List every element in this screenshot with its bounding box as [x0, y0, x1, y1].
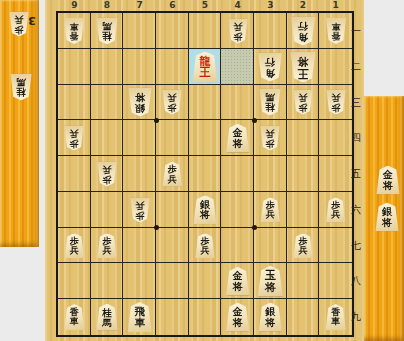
piece-kanji: 歩: [331, 102, 340, 111]
square-9e[interactable]: [58, 156, 91, 192]
piece-sente-gold[interactable]: 金将: [226, 267, 250, 296]
square-7d[interactable]: [123, 120, 156, 156]
piece-kanji: 将: [135, 92, 145, 103]
square-6b[interactable]: [156, 49, 189, 85]
piece-sente-rook[interactable]: 飛車: [127, 302, 152, 332]
square-4e[interactable]: [221, 156, 254, 192]
piece-sente-gold[interactable]: 金将: [226, 124, 250, 153]
piece-kanji: 金: [233, 128, 243, 139]
hand-piece-gote-knight[interactable]: 桂馬: [10, 74, 32, 101]
square-8c[interactable]: [91, 85, 124, 121]
square-5c[interactable]: [189, 85, 222, 121]
square-2i[interactable]: [287, 299, 320, 335]
hoshi-dot: [252, 118, 257, 123]
file-label-9: 9: [58, 0, 91, 11]
hoshi-dot: [252, 225, 257, 230]
shogi-board-viewer: 987654321一二三四五六七八九香車桂馬歩兵角行香車龍王角行王将銀将歩兵桂馬…: [0, 0, 404, 341]
piece-kanji: 兵: [168, 93, 177, 102]
square-4f[interactable]: [221, 192, 254, 228]
piece-kanji: 将: [383, 180, 393, 191]
piece-sente-pawn[interactable]: 歩兵: [97, 233, 117, 258]
square-1g[interactable]: [319, 228, 352, 264]
rank-label-1: 一: [349, 13, 363, 49]
file-label-7: 7: [123, 0, 156, 11]
piece-kanji: 兵: [201, 246, 210, 255]
piece-kanji: 兵: [233, 21, 242, 30]
piece-kanji: 銀: [135, 102, 145, 113]
piece-kanji: 金: [233, 271, 243, 282]
square-6d[interactable]: [156, 120, 189, 156]
file-label-1: 1: [319, 0, 352, 11]
piece-kanji: 歩: [233, 31, 242, 40]
piece-sente-silver[interactable]: 銀将: [258, 303, 282, 332]
piece-sente-pawn[interactable]: 歩兵: [293, 233, 313, 258]
piece-kanji: 角: [265, 67, 275, 78]
square-9h[interactable]: [58, 263, 91, 299]
square-5d[interactable]: [189, 120, 222, 156]
rank-label-8: 八: [349, 263, 363, 299]
piece-kanji: 歩: [168, 102, 177, 111]
square-6f[interactable]: [156, 192, 189, 228]
square-6g[interactable]: [156, 228, 189, 264]
square-1e[interactable]: [319, 156, 352, 192]
piece-kanji: 歩: [70, 138, 79, 147]
piece-kanji: 馬: [266, 92, 276, 102]
piece-gote-king[interactable]: 王将: [290, 51, 316, 82]
piece-kanji: 兵: [135, 200, 144, 209]
piece-kanji: 車: [134, 317, 145, 328]
piece-sente-gold[interactable]: 金将: [226, 303, 250, 332]
square-6a[interactable]: [156, 13, 189, 49]
piece-kanji: 玉: [265, 270, 276, 282]
square-8f[interactable]: [91, 192, 124, 228]
piece-kanji: 銀: [265, 307, 275, 318]
piece-kanji: 兵: [299, 246, 308, 255]
square-2h[interactable]: [287, 263, 320, 299]
square-4g[interactable]: [221, 228, 254, 264]
piece-kanji: 角: [298, 31, 308, 42]
piece-kanji: 龍: [200, 55, 211, 67]
hand-piece-sente-silver[interactable]: 銀将: [375, 203, 399, 232]
piece-kanji: 歩: [299, 102, 308, 111]
piece-kanji: 将: [200, 210, 210, 221]
square-3e[interactable]: [254, 156, 287, 192]
rank-label-3: 三: [349, 85, 363, 121]
piece-kanji: 兵: [103, 165, 112, 174]
piece-kanji: 兵: [15, 15, 24, 24]
piece-kanji: 兵: [299, 93, 308, 102]
piece-sente-pawn[interactable]: 歩兵: [195, 233, 215, 258]
square-7g[interactable]: [123, 228, 156, 264]
square-7b[interactable]: [123, 49, 156, 85]
square-7a[interactable]: [123, 13, 156, 49]
piece-kanji: 行: [265, 56, 275, 67]
square-3a[interactable]: [254, 13, 287, 49]
piece-kanji: 車: [331, 317, 340, 326]
piece-kanji: 金: [233, 307, 243, 318]
piece-kanji: 馬: [16, 77, 26, 87]
piece-kanji: 将: [382, 217, 392, 228]
square-2f[interactable]: [287, 192, 320, 228]
piece-gote-bishop[interactable]: 角行: [291, 16, 316, 45]
hoshi-dot: [154, 118, 159, 123]
square-5e[interactable]: [189, 156, 222, 192]
file-label-5: 5: [189, 0, 222, 11]
piece-kanji: 銀: [382, 207, 392, 218]
piece-kanji: 兵: [103, 246, 112, 255]
square-2d[interactable]: [287, 120, 320, 156]
piece-kanji: 銀: [200, 199, 210, 210]
piece-kanji: 兵: [168, 174, 177, 183]
piece-kanji: 兵: [70, 129, 79, 138]
square-4b[interactable]: [221, 49, 254, 85]
piece-kanji: 将: [233, 317, 243, 328]
square-7h[interactable]: [123, 263, 156, 299]
square-8d[interactable]: [91, 120, 124, 156]
piece-kanji: 兵: [70, 246, 79, 255]
piece-kanji: 兵: [331, 93, 340, 102]
square-9b[interactable]: [58, 49, 91, 85]
piece-sente-silver[interactable]: 銀将: [193, 195, 217, 224]
rank-label-5: 五: [349, 156, 363, 192]
piece-kanji: 将: [233, 138, 243, 149]
file-label-8: 8: [91, 0, 124, 11]
square-1b[interactable]: [319, 49, 352, 85]
hand-count-gote-pawn: 3: [28, 14, 36, 27]
square-5i[interactable]: [189, 299, 222, 335]
hand-piece-sente-gold[interactable]: 金将: [376, 166, 400, 195]
piece-kanji: 歩: [266, 138, 275, 147]
piece-kanji: 兵: [331, 210, 340, 219]
hand-piece-gote-pawn[interactable]: 歩兵: [9, 12, 29, 37]
piece-kanji: 行: [298, 20, 308, 31]
file-label-4: 4: [221, 0, 254, 11]
piece-sente-knight[interactable]: 桂馬: [96, 304, 118, 331]
piece-kanji: 歩: [103, 174, 112, 183]
square-7e[interactable]: [123, 156, 156, 192]
file-label-6: 6: [156, 0, 189, 11]
piece-kanji: 桂: [16, 87, 26, 97]
rank-label-6: 六: [349, 192, 363, 228]
piece-kanji: 将: [265, 317, 275, 328]
piece-kanji: 兵: [266, 129, 275, 138]
piece-sente-pawn[interactable]: 歩兵: [326, 197, 346, 222]
hoshi-dot: [154, 225, 159, 230]
square-9c[interactable]: [58, 85, 91, 121]
piece-kanji: 馬: [102, 21, 112, 31]
piece-kanji: 桂: [266, 102, 276, 112]
piece-kanji: 将: [265, 281, 276, 293]
piece-kanji: 歩: [135, 210, 144, 219]
piece-kanji: 王: [298, 67, 309, 79]
square-6i[interactable]: [156, 299, 189, 335]
piece-kanji: 馬: [102, 317, 112, 327]
square-4c[interactable]: [221, 85, 254, 121]
piece-kanji: 車: [70, 21, 79, 30]
piece-kanji: 桂: [102, 31, 112, 41]
rank-label-4: 四: [349, 120, 363, 156]
piece-sente-dragon[interactable]: 龍王: [192, 51, 218, 82]
piece-gote-pawn[interactable]: 歩兵: [97, 162, 117, 187]
piece-kanji: 歩: [15, 24, 24, 33]
piece-kanji: 車: [70, 317, 79, 326]
square-5a[interactable]: [189, 13, 222, 49]
square-6h[interactable]: [156, 263, 189, 299]
square-8h[interactable]: [91, 263, 124, 299]
square-1h[interactable]: [319, 263, 352, 299]
piece-sente-pawn[interactable]: 歩兵: [64, 233, 84, 258]
piece-gote-knight[interactable]: 桂馬: [96, 17, 118, 44]
piece-kanji: 車: [331, 21, 340, 30]
piece-sente-lance[interactable]: 香車: [325, 304, 346, 330]
square-5h[interactable]: [189, 263, 222, 299]
square-9f[interactable]: [58, 192, 91, 228]
piece-kanji: 兵: [266, 210, 275, 219]
piece-sente-king[interactable]: 玉将: [257, 266, 283, 297]
rank-label-9: 九: [349, 299, 363, 335]
piece-kanji: 将: [298, 55, 309, 67]
square-8b[interactable]: [91, 49, 124, 85]
piece-kanji: 金: [383, 170, 393, 181]
square-2e[interactable]: [287, 156, 320, 192]
file-label-3: 3: [254, 0, 287, 11]
rank-label-2: 二: [349, 49, 363, 85]
gote-captured-tray: [0, 0, 39, 247]
piece-kanji: 将: [233, 281, 243, 292]
square-3g[interactable]: [254, 228, 287, 264]
piece-kanji: 香: [70, 31, 79, 40]
piece-sente-pawn[interactable]: 歩兵: [260, 197, 280, 222]
piece-sente-pawn[interactable]: 歩兵: [162, 162, 182, 187]
piece-kanji: 桂: [102, 307, 112, 317]
piece-kanji: 王: [200, 67, 211, 79]
file-label-2: 2: [287, 0, 320, 11]
piece-sente-lance[interactable]: 香車: [64, 304, 85, 330]
piece-kanji: 香: [331, 31, 340, 40]
rank-label-7: 七: [349, 228, 363, 264]
square-1d[interactable]: [319, 120, 352, 156]
